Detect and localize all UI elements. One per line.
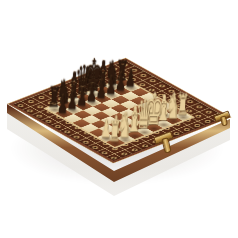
black-pawn-glyph: ♟ xyxy=(50,92,76,116)
chess-set-photo: ♜♞♝♛♚♝♞♜♟♟♟♟♟♟♟♟♟♟♟♟♟♟♟♟♜♞♝♛♚♝♞♜ xyxy=(0,0,238,238)
white-rook-glyph: ♜ xyxy=(101,117,128,145)
